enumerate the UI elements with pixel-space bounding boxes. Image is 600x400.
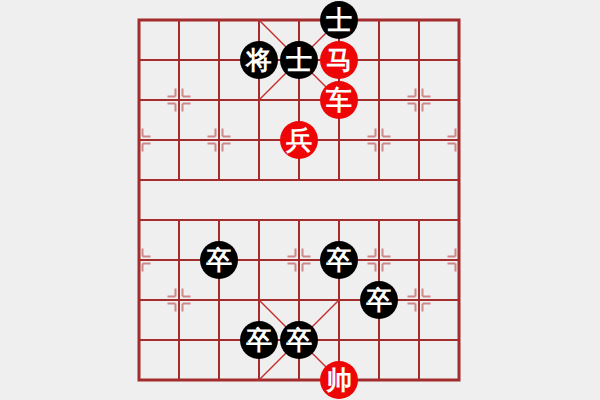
piece-black-advisor[interactable]: 士 (280, 41, 318, 79)
xiangqi-board: 士将士马车兵卒卒卒卒卒帅 (0, 0, 600, 400)
piece-black-advisor[interactable]: 士 (320, 1, 358, 39)
piece-red-chariot[interactable]: 车 (320, 81, 358, 119)
piece-black-soldier[interactable]: 卒 (360, 281, 398, 319)
piece-black-general[interactable]: 将 (240, 41, 278, 79)
pieces-layer: 士将士马车兵卒卒卒卒卒帅 (119, 0, 479, 400)
piece-black-soldier[interactable]: 卒 (240, 321, 278, 359)
piece-red-general[interactable]: 帅 (320, 361, 358, 399)
piece-red-soldier[interactable]: 兵 (280, 121, 318, 159)
piece-black-soldier[interactable]: 卒 (280, 321, 318, 359)
piece-red-horse[interactable]: 马 (320, 41, 358, 79)
piece-black-soldier[interactable]: 卒 (320, 241, 358, 279)
piece-black-soldier[interactable]: 卒 (200, 241, 238, 279)
